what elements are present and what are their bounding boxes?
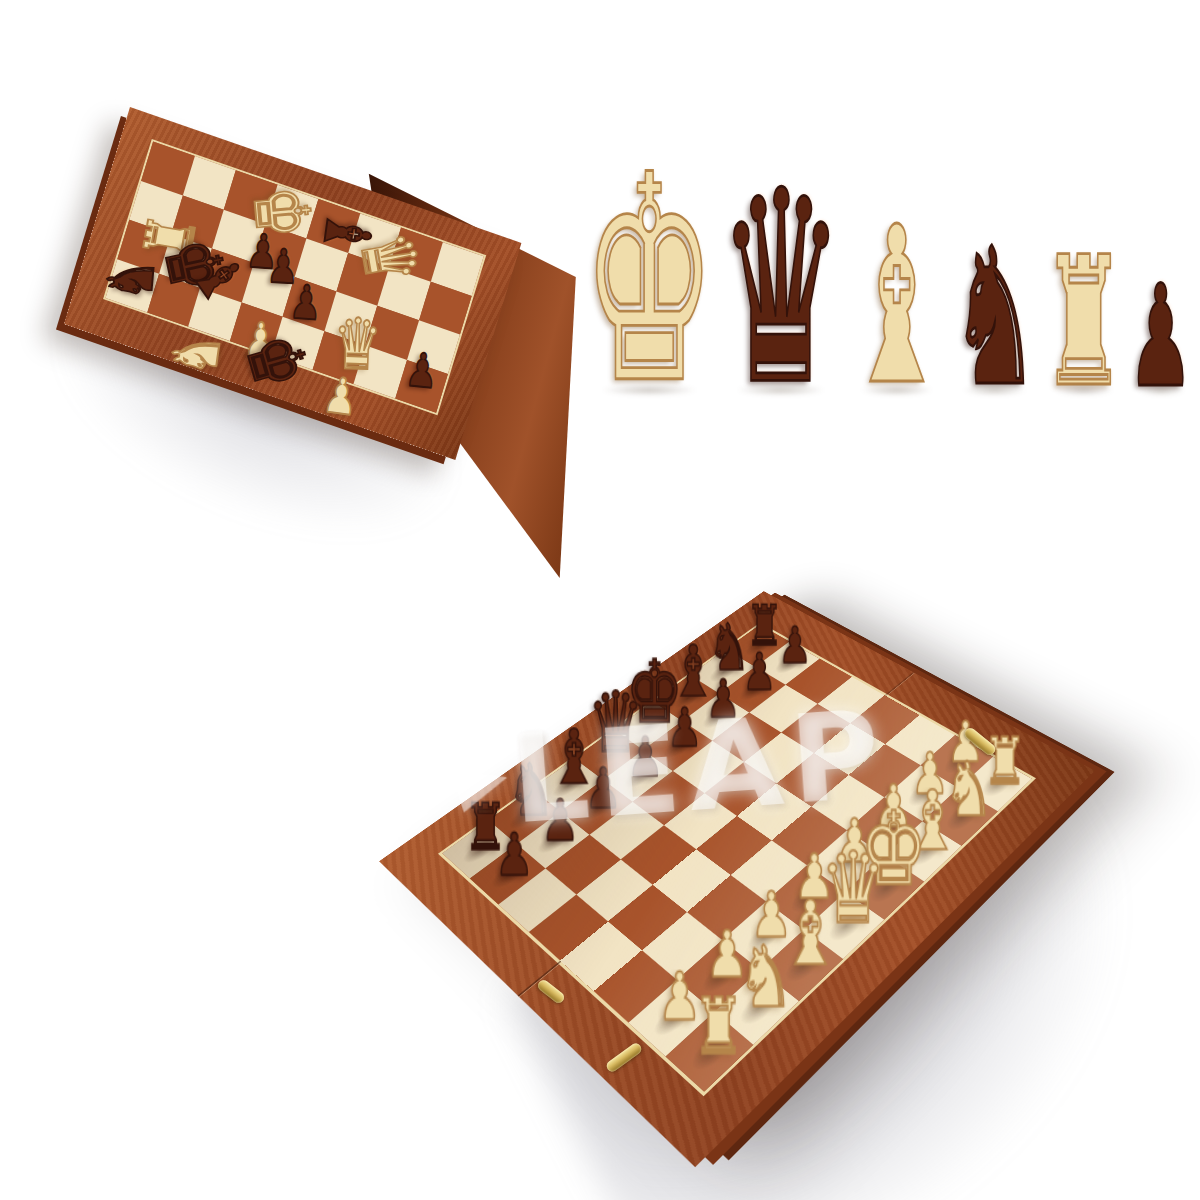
watermark-arrow-icon <box>450 753 514 813</box>
white-knight: ♞ <box>738 942 794 1014</box>
brand-watermark: LEAP <box>448 645 961 889</box>
product-photo-canvas: ♜♚♝♛♟♟♞♚♝♞♟♛♟♟♚♟ ♚♛♝♞♜♟ ♜♞♝♛♚♝♞♜♟♟♟♟♟♟♟♟… <box>0 0 1200 1200</box>
watermark-text: LEAP <box>507 683 893 851</box>
main-board-scene: ♜♞♝♛♚♝♞♜♟♟♟♟♟♟♟♟♟♟♟♟♟♟♟♟♜♞♝♛♚♝♞♜ LEAP <box>0 0 1200 1200</box>
white-rook: ♜ <box>693 993 744 1059</box>
